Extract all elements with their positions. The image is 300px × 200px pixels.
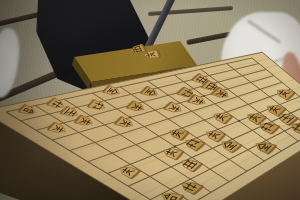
- photo-scene: [0, 0, 300, 200]
- shogi-board: [0, 0, 300, 200]
